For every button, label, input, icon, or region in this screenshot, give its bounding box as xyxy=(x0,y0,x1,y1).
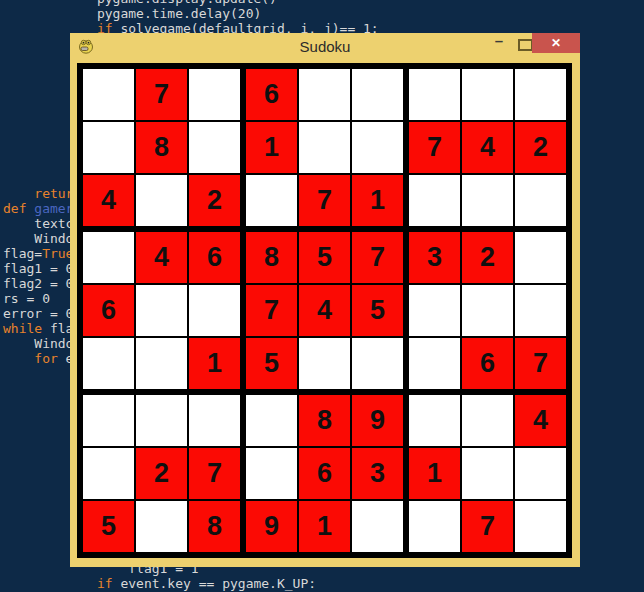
sudoku-cell-r8c4[interactable] xyxy=(246,448,297,499)
sudoku-cell-r6c1[interactable] xyxy=(83,338,134,389)
sudoku-box-2-2: 8577455 xyxy=(246,232,403,389)
sudoku-cell-r3c4[interactable] xyxy=(246,175,297,226)
code-line: pygame.time.delay(20) xyxy=(3,6,379,21)
sudoku-cell-r5c9[interactable] xyxy=(515,285,566,336)
sudoku-cell-r6c2[interactable] xyxy=(136,338,187,389)
sudoku-cell-r2c6[interactable] xyxy=(352,122,403,173)
sudoku-cell-r9c7[interactable] xyxy=(409,501,460,552)
sudoku-cell-r2c5[interactable] xyxy=(299,122,350,173)
sudoku-cell-r5c6[interactable]: 5 xyxy=(352,285,403,336)
close-icon: ✕ xyxy=(551,36,561,50)
sudoku-cell-r6c6[interactable] xyxy=(352,338,403,389)
sudoku-cell-r1c8[interactable] xyxy=(462,69,513,120)
sudoku-cell-r5c2[interactable] xyxy=(136,285,187,336)
sudoku-cell-r4c8[interactable]: 2 xyxy=(462,232,513,283)
sudoku-cell-r5c5[interactable]: 4 xyxy=(299,285,350,336)
sudoku-cell-r4c6[interactable]: 7 xyxy=(352,232,403,283)
sudoku-cell-r1c9[interactable] xyxy=(515,69,566,120)
sudoku-cell-r8c7[interactable]: 1 xyxy=(409,448,460,499)
sudoku-cell-r9c2[interactable] xyxy=(136,501,187,552)
sudoku-cell-r2c3[interactable] xyxy=(189,122,240,173)
sudoku-cell-r1c3[interactable] xyxy=(189,69,240,120)
sudoku-cell-r9c9[interactable] xyxy=(515,501,566,552)
sudoku-cell-r2c4[interactable]: 1 xyxy=(246,122,297,173)
sudoku-cell-r3c9[interactable] xyxy=(515,175,566,226)
sudoku-cell-r7c4[interactable] xyxy=(246,395,297,446)
sudoku-cell-r7c2[interactable] xyxy=(136,395,187,446)
top-code: pygame.display.update() pygame.time.dela… xyxy=(3,0,379,36)
sudoku-cell-r4c1[interactable] xyxy=(83,232,134,283)
sudoku-cell-r9c5[interactable]: 1 xyxy=(299,501,350,552)
sudoku-cell-r8c5[interactable]: 6 xyxy=(299,448,350,499)
sudoku-box-1-2: 6171 xyxy=(246,69,403,226)
sudoku-cell-r1c1[interactable] xyxy=(83,69,134,120)
sudoku-cell-r9c1[interactable]: 5 xyxy=(83,501,134,552)
sudoku-cell-r3c7[interactable] xyxy=(409,175,460,226)
sudoku-cell-r9c3[interactable]: 8 xyxy=(189,501,240,552)
sudoku-cell-r2c8[interactable]: 4 xyxy=(462,122,513,173)
sudoku-cell-r2c1[interactable] xyxy=(83,122,134,173)
sudoku-cell-r1c4[interactable]: 6 xyxy=(246,69,297,120)
sudoku-box-1-3: 742 xyxy=(409,69,566,226)
sudoku-cell-r3c6[interactable]: 1 xyxy=(352,175,403,226)
sudoku-cell-r6c9[interactable]: 7 xyxy=(515,338,566,389)
sudoku-cell-r3c1[interactable]: 4 xyxy=(83,175,134,226)
sudoku-cell-r6c7[interactable] xyxy=(409,338,460,389)
maximize-icon xyxy=(518,39,533,51)
sudoku-cell-r8c8[interactable] xyxy=(462,448,513,499)
sudoku-cell-r2c9[interactable]: 2 xyxy=(515,122,566,173)
sudoku-cell-r4c3[interactable]: 6 xyxy=(189,232,240,283)
window-titlebar[interactable]: Sudoku – ✕ xyxy=(70,33,580,61)
minimize-button[interactable]: – xyxy=(488,33,510,53)
sudoku-window: Sudoku – ✕ 78426171742466185774553267275… xyxy=(70,33,580,567)
sudoku-cell-r1c7[interactable] xyxy=(409,69,460,120)
sudoku-cell-r1c5[interactable] xyxy=(299,69,350,120)
sudoku-cell-r1c2[interactable]: 7 xyxy=(136,69,187,120)
sudoku-cell-r8c1[interactable] xyxy=(83,448,134,499)
code-line: if event.key == pygame.K_UP: xyxy=(3,576,316,591)
sudoku-box-2-1: 4661 xyxy=(83,232,240,389)
sudoku-cell-r9c4[interactable]: 9 xyxy=(246,501,297,552)
sudoku-cell-r7c8[interactable] xyxy=(462,395,513,446)
sudoku-cell-r4c4[interactable]: 8 xyxy=(246,232,297,283)
sudoku-cell-r7c1[interactable] xyxy=(83,395,134,446)
sudoku-cell-r9c6[interactable] xyxy=(352,501,403,552)
sudoku-box-3-1: 2758 xyxy=(83,395,240,552)
sudoku-box-3-2: 896391 xyxy=(246,395,403,552)
sudoku-cell-r5c3[interactable] xyxy=(189,285,240,336)
sudoku-cell-r8c6[interactable]: 3 xyxy=(352,448,403,499)
sudoku-cell-r7c6[interactable]: 9 xyxy=(352,395,403,446)
sudoku-cell-r6c8[interactable]: 6 xyxy=(462,338,513,389)
sudoku-cell-r7c5[interactable]: 8 xyxy=(299,395,350,446)
sudoku-cell-r2c2[interactable]: 8 xyxy=(136,122,187,173)
sudoku-cell-r9c8[interactable]: 7 xyxy=(462,501,513,552)
sudoku-cell-r6c4[interactable]: 5 xyxy=(246,338,297,389)
sudoku-cell-r3c2[interactable] xyxy=(136,175,187,226)
sudoku-cell-r8c9[interactable] xyxy=(515,448,566,499)
sudoku-cell-r3c5[interactable]: 7 xyxy=(299,175,350,226)
sudoku-cell-r5c4[interactable]: 7 xyxy=(246,285,297,336)
sudoku-cell-r4c2[interactable]: 4 xyxy=(136,232,187,283)
sudoku-cell-r3c3[interactable]: 2 xyxy=(189,175,240,226)
sudoku-cell-r3c8[interactable] xyxy=(462,175,513,226)
sudoku-cell-r8c3[interactable]: 7 xyxy=(189,448,240,499)
sudoku-cell-r4c7[interactable]: 3 xyxy=(409,232,460,283)
close-button[interactable]: ✕ xyxy=(532,33,580,53)
sudoku-cell-r6c3[interactable]: 1 xyxy=(189,338,240,389)
sudoku-cell-r7c3[interactable] xyxy=(189,395,240,446)
sudoku-cell-r6c5[interactable] xyxy=(299,338,350,389)
sudoku-cell-r4c9[interactable] xyxy=(515,232,566,283)
sudoku-cell-r2c7[interactable]: 7 xyxy=(409,122,460,173)
sudoku-box-1-1: 7842 xyxy=(83,69,240,226)
sudoku-cell-r8c2[interactable]: 2 xyxy=(136,448,187,499)
sudoku-cell-r5c7[interactable] xyxy=(409,285,460,336)
sudoku-cell-r1c6[interactable] xyxy=(352,69,403,120)
sudoku-cell-r7c7[interactable] xyxy=(409,395,460,446)
sudoku-cell-r7c9[interactable]: 4 xyxy=(515,395,566,446)
sudoku-cell-r4c5[interactable]: 5 xyxy=(299,232,350,283)
sudoku-box-3-3: 417 xyxy=(409,395,566,552)
sudoku-cell-r5c1[interactable]: 6 xyxy=(83,285,134,336)
sudoku-cell-r5c8[interactable] xyxy=(462,285,513,336)
sudoku-box-2-3: 3267 xyxy=(409,232,566,389)
sudoku-board: 784261717424661857745532672758896391417 xyxy=(77,63,572,558)
